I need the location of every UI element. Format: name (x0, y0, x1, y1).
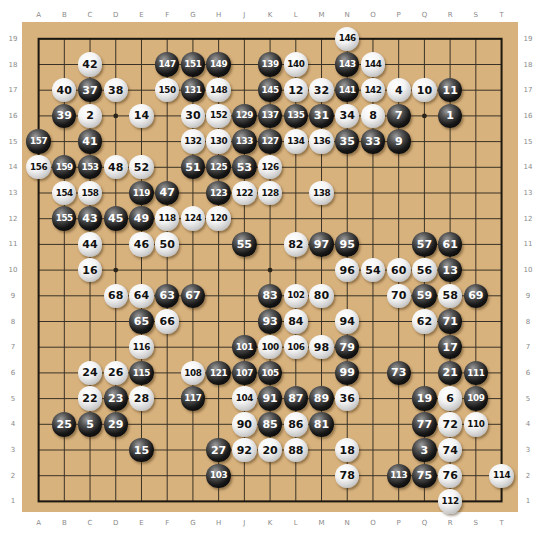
intersection-J19[interactable] (231, 26, 257, 52)
stone-Q17-white[interactable]: 10 (412, 78, 436, 102)
stone-C10-white[interactable]: 16 (78, 258, 102, 282)
intersection-B5[interactable] (51, 386, 77, 412)
stone-E6-black[interactable]: 115 (129, 361, 153, 385)
intersection-Q13[interactable] (412, 180, 438, 206)
stone-L11-white[interactable]: 82 (284, 232, 308, 256)
intersection-E15[interactable] (129, 129, 155, 155)
stone-M16-black[interactable]: 31 (309, 104, 333, 128)
intersection-C3[interactable] (77, 437, 103, 463)
stone-N10-white[interactable]: 96 (335, 258, 359, 282)
intersection-B11[interactable] (51, 232, 77, 258)
intersection-F19[interactable] (154, 26, 180, 52)
intersection-P1[interactable] (386, 489, 412, 515)
stone-G15-white[interactable]: 132 (181, 129, 205, 153)
stone-J6-black[interactable]: 107 (232, 361, 256, 385)
stone-S6-black[interactable]: 111 (464, 361, 488, 385)
intersection-O11[interactable] (360, 232, 386, 258)
stone-H12-white[interactable]: 120 (206, 206, 230, 230)
intersection-J9[interactable] (231, 283, 257, 309)
intersection-A11[interactable] (26, 232, 52, 258)
intersection-B18[interactable] (51, 52, 77, 78)
intersection-L2[interactable] (283, 463, 309, 489)
intersection-F14[interactable] (154, 154, 180, 180)
stone-N8-white[interactable]: 94 (335, 309, 359, 333)
stone-L7-white[interactable]: 106 (284, 335, 308, 359)
intersection-P11[interactable] (386, 232, 412, 258)
stone-B17-white[interactable]: 40 (52, 78, 76, 102)
intersection-S19[interactable] (463, 26, 489, 52)
intersection-P13[interactable] (386, 180, 412, 206)
intersection-A13[interactable] (26, 180, 52, 206)
intersection-F1[interactable] (154, 489, 180, 515)
stone-B16-black[interactable]: 39 (52, 104, 76, 128)
stone-E16-white[interactable]: 14 (129, 104, 153, 128)
stone-F9-black[interactable]: 63 (155, 284, 179, 308)
stone-E5-white[interactable]: 28 (129, 386, 153, 410)
stone-A15-black[interactable]: 157 (26, 129, 50, 153)
stone-P2-black[interactable]: 113 (387, 464, 411, 488)
intersection-P5[interactable] (386, 386, 412, 412)
stone-K8-black[interactable]: 93 (258, 309, 282, 333)
intersection-T15[interactable] (489, 129, 515, 155)
stone-H16-white[interactable]: 152 (206, 104, 230, 128)
stone-P17-white[interactable]: 4 (387, 78, 411, 102)
intersection-J18[interactable] (231, 52, 257, 78)
intersection-O2[interactable] (360, 463, 386, 489)
stone-C15-black[interactable]: 41 (78, 129, 102, 153)
intersection-O5[interactable] (360, 386, 386, 412)
intersection-S17[interactable] (463, 77, 489, 103)
intersection-T18[interactable] (489, 52, 515, 78)
intersection-T8[interactable] (489, 309, 515, 335)
stone-C16-white[interactable]: 2 (78, 104, 102, 128)
intersection-D18[interactable] (103, 52, 129, 78)
intersection-T10[interactable] (489, 257, 515, 283)
stone-Q4-black[interactable]: 77 (412, 412, 436, 436)
intersection-P12[interactable] (386, 206, 412, 232)
stone-D4-black[interactable]: 29 (104, 412, 128, 436)
stone-R17-black[interactable]: 11 (438, 78, 462, 102)
stone-D12-black[interactable]: 45 (104, 206, 128, 230)
stone-B13-white[interactable]: 154 (52, 181, 76, 205)
intersection-C7[interactable] (77, 334, 103, 360)
intersection-T12[interactable] (489, 206, 515, 232)
stone-R11-black[interactable]: 61 (438, 232, 462, 256)
stone-D9-white[interactable]: 68 (104, 284, 128, 308)
stone-F17-white[interactable]: 150 (155, 78, 179, 102)
intersection-G19[interactable] (180, 26, 206, 52)
stone-J4-white[interactable]: 90 (232, 412, 256, 436)
stone-F13-black[interactable]: 47 (155, 181, 179, 205)
stone-E3-black[interactable]: 15 (129, 438, 153, 462)
stone-M9-white[interactable]: 80 (309, 284, 333, 308)
intersection-H4[interactable] (206, 411, 232, 437)
intersection-Q7[interactable] (412, 334, 438, 360)
intersection-O12[interactable] (360, 206, 386, 232)
stone-O10-white[interactable]: 54 (361, 258, 385, 282)
stone-H17-white[interactable]: 148 (206, 78, 230, 102)
intersection-Q6[interactable] (412, 360, 438, 386)
intersection-E18[interactable] (129, 52, 155, 78)
stone-N7-black[interactable]: 79 (335, 335, 359, 359)
stone-R1-white[interactable]: 112 (438, 489, 462, 513)
stone-K9-black[interactable]: 83 (258, 284, 282, 308)
stone-H13-black[interactable]: 123 (206, 181, 230, 205)
stone-J16-black[interactable]: 129 (232, 104, 256, 128)
stone-B12-black[interactable]: 155 (52, 206, 76, 230)
intersection-H1[interactable] (206, 489, 232, 515)
intersection-D2[interactable] (103, 463, 129, 489)
stone-K14-white[interactable]: 126 (258, 155, 282, 179)
intersection-D1[interactable] (103, 489, 129, 515)
stone-C6-white[interactable]: 24 (78, 361, 102, 385)
intersection-T16[interactable] (489, 103, 515, 129)
stone-S9-black[interactable]: 69 (464, 284, 488, 308)
intersection-A16[interactable] (26, 103, 52, 129)
stone-M17-white[interactable]: 32 (309, 78, 333, 102)
intersection-A2[interactable] (26, 463, 52, 489)
intersection-K2[interactable] (257, 463, 283, 489)
intersection-O14[interactable] (360, 154, 386, 180)
intersection-T1[interactable] (489, 489, 515, 515)
stone-K5-black[interactable]: 91 (258, 386, 282, 410)
intersection-A9[interactable] (26, 283, 52, 309)
stone-K7-white[interactable]: 100 (258, 335, 282, 359)
stone-J7-black[interactable]: 101 (232, 335, 256, 359)
stone-H3-black[interactable]: 27 (206, 438, 230, 462)
intersection-G4[interactable] (180, 411, 206, 437)
intersection-Q14[interactable] (412, 154, 438, 180)
stone-L16-black[interactable]: 135 (284, 104, 308, 128)
stone-D14-white[interactable]: 48 (104, 155, 128, 179)
intersection-C8[interactable] (77, 309, 103, 335)
stone-G12-white[interactable]: 124 (181, 206, 205, 230)
intersection-C2[interactable] (77, 463, 103, 489)
stone-C14-black[interactable]: 153 (78, 155, 102, 179)
intersection-A7[interactable] (26, 334, 52, 360)
stone-G16-white[interactable]: 30 (181, 104, 205, 128)
intersection-N12[interactable] (334, 206, 360, 232)
intersection-F10[interactable] (154, 257, 180, 283)
stone-R5-white[interactable]: 6 (438, 386, 462, 410)
intersection-A18[interactable] (26, 52, 52, 78)
intersection-S14[interactable] (463, 154, 489, 180)
stone-R16-black[interactable]: 1 (438, 104, 462, 128)
stone-L15-white[interactable]: 134 (284, 129, 308, 153)
intersection-N14[interactable] (334, 154, 360, 180)
intersection-H19[interactable] (206, 26, 232, 52)
stone-B4-black[interactable]: 25 (52, 412, 76, 436)
intersection-D3[interactable] (103, 437, 129, 463)
intersection-H7[interactable] (206, 334, 232, 360)
intersection-T4[interactable] (489, 411, 515, 437)
stone-P10-white[interactable]: 60 (387, 258, 411, 282)
stone-O17-white[interactable]: 142 (361, 78, 385, 102)
intersection-F16[interactable] (154, 103, 180, 129)
intersection-L1[interactable] (283, 489, 309, 515)
intersection-O4[interactable] (360, 411, 386, 437)
stone-R2-white[interactable]: 76 (438, 464, 462, 488)
intersection-L10[interactable] (283, 257, 309, 283)
stone-M13-white[interactable]: 138 (309, 181, 333, 205)
intersection-F2[interactable] (154, 463, 180, 489)
intersection-A3[interactable] (26, 437, 52, 463)
intersection-D10[interactable] (103, 257, 129, 283)
intersection-L12[interactable] (283, 206, 309, 232)
intersection-B19[interactable] (51, 26, 77, 52)
intersection-A19[interactable] (26, 26, 52, 52)
stone-K3-white[interactable]: 20 (258, 438, 282, 462)
stone-G14-black[interactable]: 51 (181, 155, 205, 179)
intersection-N4[interactable] (334, 411, 360, 437)
stone-C12-black[interactable]: 43 (78, 206, 102, 230)
stone-O15-black[interactable]: 33 (361, 129, 385, 153)
intersection-M10[interactable] (309, 257, 335, 283)
intersection-P4[interactable] (386, 411, 412, 437)
stone-R6-black[interactable]: 21 (438, 361, 462, 385)
intersection-R12[interactable] (437, 206, 463, 232)
stone-P6-black[interactable]: 73 (387, 361, 411, 385)
intersection-Q15[interactable] (412, 129, 438, 155)
intersection-T14[interactable] (489, 154, 515, 180)
intersection-O3[interactable] (360, 437, 386, 463)
stone-P9-white[interactable]: 70 (387, 284, 411, 308)
intersection-K12[interactable] (257, 206, 283, 232)
intersection-E17[interactable] (129, 77, 155, 103)
stone-K13-white[interactable]: 128 (258, 181, 282, 205)
stone-F11-white[interactable]: 50 (155, 232, 179, 256)
intersection-F5[interactable] (154, 386, 180, 412)
stone-T2-white[interactable]: 114 (489, 464, 513, 488)
intersection-L13[interactable] (283, 180, 309, 206)
stone-D17-white[interactable]: 38 (104, 78, 128, 102)
stone-M4-black[interactable]: 81 (309, 412, 333, 436)
stone-C5-white[interactable]: 22 (78, 386, 102, 410)
intersection-N9[interactable] (334, 283, 360, 309)
intersection-O9[interactable] (360, 283, 386, 309)
stone-R3-white[interactable]: 74 (438, 438, 462, 462)
stone-G17-black[interactable]: 131 (181, 78, 205, 102)
intersection-D15[interactable] (103, 129, 129, 155)
intersection-S12[interactable] (463, 206, 489, 232)
intersection-G3[interactable] (180, 437, 206, 463)
stone-R9-white[interactable]: 58 (438, 284, 462, 308)
stone-F18-black[interactable]: 147 (155, 52, 179, 76)
stone-L4-white[interactable]: 86 (284, 412, 308, 436)
intersection-R15[interactable] (437, 129, 463, 155)
intersection-E10[interactable] (129, 257, 155, 283)
intersection-K19[interactable] (257, 26, 283, 52)
stone-E14-white[interactable]: 52 (129, 155, 153, 179)
stone-K4-black[interactable]: 85 (258, 412, 282, 436)
stone-C17-black[interactable]: 37 (78, 78, 102, 102)
intersection-S8[interactable] (463, 309, 489, 335)
stone-M7-white[interactable]: 98 (309, 335, 333, 359)
stone-R10-black[interactable]: 13 (438, 258, 462, 282)
intersection-G1[interactable] (180, 489, 206, 515)
intersection-S18[interactable] (463, 52, 489, 78)
intersection-D16[interactable] (103, 103, 129, 129)
stone-E13-black[interactable]: 119 (129, 181, 153, 205)
intersection-O6[interactable] (360, 360, 386, 386)
stone-Q10-white[interactable]: 56 (412, 258, 436, 282)
stone-K16-black[interactable]: 137 (258, 104, 282, 128)
intersection-T3[interactable] (489, 437, 515, 463)
intersection-S7[interactable] (463, 334, 489, 360)
intersection-T17[interactable] (489, 77, 515, 103)
stone-G6-white[interactable]: 108 (181, 361, 205, 385)
intersection-S2[interactable] (463, 463, 489, 489)
intersection-S10[interactable] (463, 257, 489, 283)
intersection-M1[interactable] (309, 489, 335, 515)
stone-J13-white[interactable]: 122 (232, 181, 256, 205)
intersection-A8[interactable] (26, 309, 52, 335)
stone-H14-black[interactable]: 125 (206, 155, 230, 179)
stone-G18-black[interactable]: 151 (181, 52, 205, 76)
intersection-M18[interactable] (309, 52, 335, 78)
intersection-B2[interactable] (51, 463, 77, 489)
intersection-O1[interactable] (360, 489, 386, 515)
intersection-O7[interactable] (360, 334, 386, 360)
intersection-J2[interactable] (231, 463, 257, 489)
stone-Q2-black[interactable]: 75 (412, 464, 436, 488)
stone-H18-black[interactable]: 149 (206, 52, 230, 76)
intersection-S11[interactable] (463, 232, 489, 258)
intersection-M3[interactable] (309, 437, 335, 463)
intersection-Q12[interactable] (412, 206, 438, 232)
stone-L8-white[interactable]: 84 (284, 309, 308, 333)
stone-E8-black[interactable]: 65 (129, 309, 153, 333)
intersection-P7[interactable] (386, 334, 412, 360)
intersection-D8[interactable] (103, 309, 129, 335)
intersection-B7[interactable] (51, 334, 77, 360)
stone-S5-black[interactable]: 109 (464, 386, 488, 410)
stone-Q3-black[interactable]: 3 (412, 438, 436, 462)
intersection-B3[interactable] (51, 437, 77, 463)
intersection-J10[interactable] (231, 257, 257, 283)
intersection-P19[interactable] (386, 26, 412, 52)
intersection-K1[interactable] (257, 489, 283, 515)
intersection-G2[interactable] (180, 463, 206, 489)
intersection-M12[interactable] (309, 206, 335, 232)
intersection-C1[interactable] (77, 489, 103, 515)
stone-J15-black[interactable]: 133 (232, 129, 256, 153)
stone-O18-white[interactable]: 144 (361, 52, 385, 76)
intersection-R18[interactable] (437, 52, 463, 78)
stone-O16-white[interactable]: 8 (361, 104, 385, 128)
intersection-D19[interactable] (103, 26, 129, 52)
intersection-J8[interactable] (231, 309, 257, 335)
stone-E12-black[interactable]: 49 (129, 206, 153, 230)
stone-F8-white[interactable]: 66 (155, 309, 179, 333)
stone-N2-white[interactable]: 78 (335, 464, 359, 488)
intersection-F6[interactable] (154, 360, 180, 386)
intersection-F7[interactable] (154, 334, 180, 360)
stone-R7-black[interactable]: 17 (438, 335, 462, 359)
stone-C18-white[interactable]: 42 (78, 52, 102, 76)
intersection-G8[interactable] (180, 309, 206, 335)
intersection-D13[interactable] (103, 180, 129, 206)
intersection-G10[interactable] (180, 257, 206, 283)
stone-C13-white[interactable]: 158 (78, 181, 102, 205)
intersection-T6[interactable] (489, 360, 515, 386)
intersection-B10[interactable] (51, 257, 77, 283)
stone-J11-black[interactable]: 55 (232, 232, 256, 256)
intersection-S3[interactable] (463, 437, 489, 463)
intersection-K10[interactable] (257, 257, 283, 283)
stone-J14-black[interactable]: 53 (232, 155, 256, 179)
intersection-L14[interactable] (283, 154, 309, 180)
stone-M11-black[interactable]: 97 (309, 232, 333, 256)
stone-N16-white[interactable]: 34 (335, 104, 359, 128)
stone-Q8-white[interactable]: 62 (412, 309, 436, 333)
intersection-R19[interactable] (437, 26, 463, 52)
stone-Q5-black[interactable]: 19 (412, 386, 436, 410)
intersection-A12[interactable] (26, 206, 52, 232)
stone-Q11-black[interactable]: 57 (412, 232, 436, 256)
intersection-N1[interactable] (334, 489, 360, 515)
stone-E9-white[interactable]: 64 (129, 284, 153, 308)
stone-H6-black[interactable]: 121 (206, 361, 230, 385)
intersection-P14[interactable] (386, 154, 412, 180)
intersection-M19[interactable] (309, 26, 335, 52)
intersection-O13[interactable] (360, 180, 386, 206)
stone-G5-black[interactable]: 117 (181, 386, 205, 410)
intersection-T11[interactable] (489, 232, 515, 258)
intersection-Q18[interactable] (412, 52, 438, 78)
stone-L9-white[interactable]: 102 (284, 284, 308, 308)
intersection-M8[interactable] (309, 309, 335, 335)
intersection-E2[interactable] (129, 463, 155, 489)
stone-L3-white[interactable]: 88 (284, 438, 308, 462)
intersection-S13[interactable] (463, 180, 489, 206)
stone-E7-white[interactable]: 116 (129, 335, 153, 359)
intersection-N13[interactable] (334, 180, 360, 206)
intersection-J1[interactable] (231, 489, 257, 515)
intersection-J12[interactable] (231, 206, 257, 232)
intersection-L19[interactable] (283, 26, 309, 52)
intersection-A4[interactable] (26, 411, 52, 437)
stone-P16-black[interactable]: 7 (387, 104, 411, 128)
intersection-A1[interactable] (26, 489, 52, 515)
intersection-B15[interactable] (51, 129, 77, 155)
intersection-F15[interactable] (154, 129, 180, 155)
stone-M5-black[interactable]: 89 (309, 386, 333, 410)
stone-L18-white[interactable]: 140 (284, 52, 308, 76)
intersection-Q16[interactable] (412, 103, 438, 129)
intersection-O19[interactable] (360, 26, 386, 52)
stone-R8-black[interactable]: 71 (438, 309, 462, 333)
intersection-T9[interactable] (489, 283, 515, 309)
stone-Q9-black[interactable]: 59 (412, 284, 436, 308)
intersection-H8[interactable] (206, 309, 232, 335)
stone-M15-white[interactable]: 136 (309, 129, 333, 153)
intersection-R13[interactable] (437, 180, 463, 206)
intersection-J17[interactable] (231, 77, 257, 103)
intersection-P3[interactable] (386, 437, 412, 463)
stone-A14-white[interactable]: 156 (26, 155, 50, 179)
intersection-T7[interactable] (489, 334, 515, 360)
intersection-P8[interactable] (386, 309, 412, 335)
intersection-O8[interactable] (360, 309, 386, 335)
intersection-K11[interactable] (257, 232, 283, 258)
intersection-C9[interactable] (77, 283, 103, 309)
stone-C11-white[interactable]: 44 (78, 232, 102, 256)
intersection-L6[interactable] (283, 360, 309, 386)
intersection-M14[interactable] (309, 154, 335, 180)
stone-N6-black[interactable]: 99 (335, 361, 359, 385)
intersection-Q19[interactable] (412, 26, 438, 52)
